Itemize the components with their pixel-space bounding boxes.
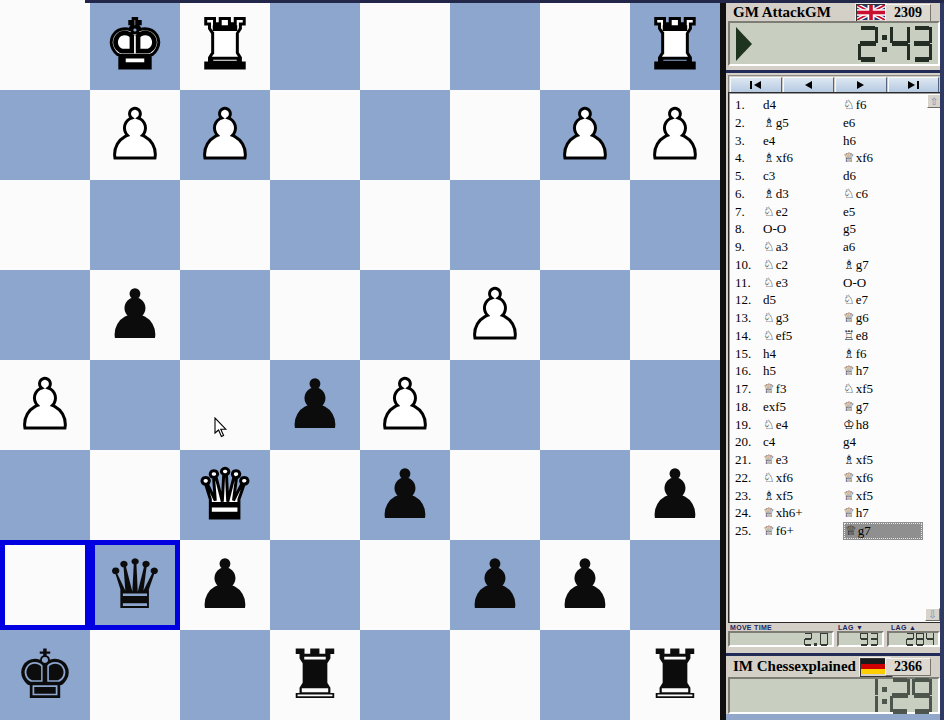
- figurine-queen-icon: ♕: [843, 310, 855, 325]
- move-14-black[interactable]: ♖e8: [843, 327, 921, 345]
- move-22-white[interactable]: ♘xf6: [763, 469, 793, 487]
- square-g1[interactable]: ♚: [90, 0, 180, 90]
- move-number: 3.: [735, 132, 745, 150]
- move-10-black[interactable]: ♗g7: [843, 256, 921, 274]
- move-22-black[interactable]: ♕xf6: [843, 469, 921, 487]
- piece-black-pawn: ♟: [645, 461, 706, 529]
- square-e6[interactable]: [270, 450, 360, 540]
- lag-down-value: [839, 633, 882, 645]
- move-row-8: 8.O-Og5: [729, 220, 941, 238]
- move-number: 19.: [735, 416, 751, 434]
- move-20-white[interactable]: c4: [763, 433, 775, 451]
- square-h4[interactable]: [0, 270, 90, 360]
- piece-white-pawn: ♟: [15, 371, 76, 439]
- figurine-knight-icon: ♘: [763, 310, 775, 325]
- back-icon: [805, 81, 812, 89]
- skip-start-icon: [750, 81, 752, 89]
- move-number: 11.: [735, 274, 751, 292]
- square-b5[interactable]: [540, 360, 630, 450]
- square-d6[interactable]: ♟: [360, 450, 450, 540]
- piece-black-queen: ♛: [105, 551, 166, 619]
- move-number: 8.: [735, 220, 745, 238]
- square-b6[interactable]: [540, 450, 630, 540]
- top-player-rating: 2309: [885, 4, 931, 22]
- move-number: 25.: [735, 522, 751, 540]
- figurine-bishop-icon: ♗: [763, 150, 775, 165]
- move-6-white[interactable]: ♗d3: [763, 185, 789, 203]
- move-23-black[interactable]: ♕xf5: [843, 487, 921, 505]
- move-25-white[interactable]: ♕f6+: [763, 522, 794, 540]
- move-8-black[interactable]: g5: [843, 220, 921, 238]
- square-f2[interactable]: ♟: [180, 90, 270, 180]
- move-number: 23.: [735, 487, 751, 505]
- square-b3[interactable]: [540, 180, 630, 270]
- window-top-edge: [85, 0, 944, 3]
- window-right-edge: [940, 0, 944, 720]
- square-c5[interactable]: [450, 360, 540, 450]
- square-d7[interactable]: [360, 540, 450, 630]
- lag-down-field: [837, 631, 884, 647]
- square-g7[interactable]: ♛: [90, 540, 180, 630]
- move-row-11: 11.♘e3O-O: [729, 274, 941, 292]
- square-a2[interactable]: ♟: [630, 90, 720, 180]
- piece-black-pawn: ♟: [285, 371, 346, 439]
- move-6-black[interactable]: ♘c6: [843, 185, 921, 203]
- figurine-queen-icon: ♕: [843, 150, 855, 165]
- move-7-black[interactable]: e5: [843, 203, 921, 221]
- square-c4[interactable]: ♟: [450, 270, 540, 360]
- square-a5[interactable]: [630, 360, 720, 450]
- square-b7[interactable]: ♟: [540, 540, 630, 630]
- section-divider: [726, 70, 944, 73]
- piece-white-pawn: ♟: [555, 101, 616, 169]
- move-16-black[interactable]: ♕h7: [843, 362, 921, 380]
- piece-black-king: ♚: [15, 641, 76, 709]
- lag-up-value: [889, 633, 938, 645]
- right-panel: GM AttackGM 2309: [723, 0, 944, 720]
- move-7-white[interactable]: ♘e2: [763, 203, 788, 221]
- move-20-black[interactable]: g4: [843, 433, 921, 451]
- move-number: 9.: [735, 238, 745, 256]
- move-5-black[interactable]: d6: [843, 167, 921, 185]
- square-d2[interactable]: [360, 90, 450, 180]
- move-4-white[interactable]: ♗xf6: [763, 149, 793, 167]
- forward-button[interactable]: [835, 77, 887, 93]
- move-8-white[interactable]: O-O: [763, 220, 786, 238]
- mouse-cursor-icon: [214, 417, 230, 439]
- move-18-black[interactable]: ♕g7: [843, 398, 921, 416]
- section-divider: [726, 653, 944, 656]
- square-d3[interactable]: [360, 180, 450, 270]
- move-number: 15.: [735, 345, 751, 363]
- square-f6[interactable]: ♛: [180, 450, 270, 540]
- square-e4[interactable]: [270, 270, 360, 360]
- move-row-25: 25.♕f6+♕g7: [729, 522, 941, 540]
- square-g5[interactable]: [90, 360, 180, 450]
- move-number: 22.: [735, 469, 751, 487]
- figurine-queen-icon: ♕: [763, 505, 775, 520]
- piece-white-rook: ♜: [645, 11, 706, 79]
- move-16-white[interactable]: h5: [763, 362, 776, 380]
- skip-end-icon: [908, 81, 915, 89]
- move-number: 16.: [735, 362, 751, 380]
- move-row-5: 5.c3d6: [729, 167, 941, 185]
- piece-white-pawn: ♟: [105, 101, 166, 169]
- move-24-black[interactable]: ♕h7: [843, 504, 921, 522]
- scroll-up-button[interactable]: ⇧: [927, 94, 941, 108]
- figurine-rook-icon: ♖: [843, 328, 855, 343]
- square-c3[interactable]: [450, 180, 540, 270]
- figurine-queen-icon: ♕: [845, 523, 857, 538]
- move-3-black[interactable]: h6: [843, 132, 921, 150]
- move-number: 24.: [735, 504, 751, 522]
- move-row-24: 24.♕xh6+♕h7: [729, 504, 941, 522]
- move-row-17: 17.♕f3♘xf5: [729, 380, 941, 398]
- move-number: 4.: [735, 149, 745, 167]
- figurine-knight-icon: ♘: [843, 186, 855, 201]
- move-17-black[interactable]: ♘xf5: [843, 380, 921, 398]
- square-d8[interactable]: [360, 630, 450, 720]
- top-player-clock: [728, 21, 940, 66]
- square-c1[interactable]: [450, 0, 540, 90]
- move-17-white[interactable]: ♕f3: [763, 380, 787, 398]
- move-number: 1.: [735, 96, 745, 114]
- figurine-queen-icon: ♕: [843, 363, 855, 378]
- figurine-queen-icon: ♕: [763, 523, 775, 538]
- goto-start-button[interactable]: [730, 77, 782, 93]
- move-row-16: 16.h5♕h7: [729, 362, 941, 380]
- piece-black-rook: ♜: [645, 641, 706, 709]
- top-player-name: GM AttackGM: [733, 4, 831, 21]
- move-row-20: 20.c4g4: [729, 433, 941, 451]
- move-number: 14.: [735, 327, 751, 345]
- figurine-knight-icon: ♘: [843, 292, 855, 307]
- move-12-black[interactable]: ♘e7: [843, 291, 921, 309]
- square-a1[interactable]: ♜: [630, 0, 720, 90]
- figurine-queen-icon: ♕: [843, 470, 855, 485]
- square-a4[interactable]: [630, 270, 720, 360]
- move-15-black[interactable]: ♗f6: [843, 345, 921, 363]
- figurine-knight-icon: ♘: [763, 204, 775, 219]
- square-c7[interactable]: ♟: [450, 540, 540, 630]
- move-list[interactable]: 1.d4♘f62.♗g5e63.e4h64.♗xf6♕xf65.c3d66.♗d…: [728, 92, 942, 623]
- move-18-white[interactable]: exf5: [763, 398, 786, 416]
- move-row-18: 18.exf5♕g7: [729, 398, 941, 416]
- piece-white-king: ♚: [105, 11, 166, 79]
- square-d5[interactable]: ♟: [360, 360, 450, 450]
- chess-board: ♚♜♜♟♟♟♟♟♟♟♟♟♛♟♟♛♟♟♟♚♜♜: [0, 0, 723, 720]
- figurine-bishop-icon: ♗: [843, 452, 855, 467]
- move-number: 6.: [735, 185, 745, 203]
- move-3-white[interactable]: e4: [763, 132, 775, 150]
- figurine-knight-icon: ♘: [763, 470, 775, 485]
- move-row-9: 9.♘a3a6: [729, 238, 941, 256]
- square-g3[interactable]: [90, 180, 180, 270]
- piece-white-pawn: ♟: [465, 281, 526, 349]
- move-row-6: 6.♗d3♘c6: [729, 185, 941, 203]
- top-clock-display: [730, 23, 938, 64]
- square-e1[interactable]: [270, 0, 360, 90]
- move-number: 17.: [735, 380, 751, 398]
- figurine-bishop-icon: ♗: [843, 346, 855, 361]
- move-row-21: 21.♕e3♗xf5: [729, 451, 941, 469]
- figurine-knight-icon: ♘: [763, 328, 775, 343]
- move-row-22: 22.♘xf6♕xf6: [729, 469, 941, 487]
- bottom-player-rating: 2366: [885, 658, 931, 676]
- move-row-10: 10.♘c2♗g7: [729, 256, 941, 274]
- move-row-7: 7.♘e2e5: [729, 203, 941, 221]
- move-2-black[interactable]: e6: [843, 114, 921, 132]
- figurine-knight-icon: ♘: [763, 239, 775, 254]
- move-row-13: 13.♘g3♕g6: [729, 309, 941, 327]
- move-24-white[interactable]: ♕xh6+: [763, 504, 803, 522]
- square-a7[interactable]: [630, 540, 720, 630]
- piece-white-pawn: ♟: [375, 371, 436, 439]
- square-a3[interactable]: [630, 180, 720, 270]
- lag-up-field: [887, 631, 940, 647]
- figurine-bishop-icon: ♗: [843, 257, 855, 272]
- lag-up-label: LAG ▲: [891, 624, 916, 631]
- square-g4[interactable]: ♟: [90, 270, 180, 360]
- move-2-white[interactable]: ♗g5: [763, 114, 789, 132]
- square-h7[interactable]: [0, 540, 90, 630]
- move-row-1: 1.d4♘f6: [729, 96, 941, 114]
- square-d1[interactable]: [360, 0, 450, 90]
- figurine-queen-icon: ♕: [843, 488, 855, 503]
- move-25-black[interactable]: ♕g7: [843, 522, 923, 540]
- piece-black-rook: ♜: [285, 641, 346, 709]
- move-row-14: 14.♘ef5♖e8: [729, 327, 941, 345]
- square-e2[interactable]: [270, 90, 360, 180]
- move-14-white[interactable]: ♘ef5: [763, 327, 792, 345]
- figurine-knight-icon: ♘: [843, 381, 855, 396]
- square-f7[interactable]: ♟: [180, 540, 270, 630]
- move-4-black[interactable]: ♕xf6: [843, 149, 921, 167]
- move-row-4: 4.♗xf6♕xf6: [729, 149, 941, 167]
- figurine-bishop-icon: ♗: [763, 115, 775, 130]
- figurine-knight-icon: ♘: [763, 257, 775, 272]
- move-5-white[interactable]: c3: [763, 167, 775, 185]
- square-b8[interactable]: [540, 630, 630, 720]
- square-g8[interactable]: [90, 630, 180, 720]
- move-time-label: MOVE TIME: [730, 624, 772, 631]
- move-13-black[interactable]: ♕g6: [843, 309, 921, 327]
- move-12-white[interactable]: d5: [763, 291, 776, 309]
- figurine-queen-icon: ♕: [843, 399, 855, 414]
- move-row-2: 2.♗g5e6: [729, 114, 941, 132]
- square-a6[interactable]: ♟: [630, 450, 720, 540]
- square-e5[interactable]: ♟: [270, 360, 360, 450]
- window-bottom-edge: [726, 714, 944, 720]
- square-d4[interactable]: [360, 270, 450, 360]
- move-1-black[interactable]: ♘f6: [843, 96, 921, 114]
- move-number: 21.: [735, 451, 751, 469]
- move-number: 5.: [735, 167, 745, 185]
- move-13-white[interactable]: ♘g3: [763, 309, 789, 327]
- goto-end-button[interactable]: [888, 77, 940, 93]
- piece-black-pawn: ♟: [555, 551, 616, 619]
- move-number: 10.: [735, 256, 751, 274]
- bottom-player-name: IM Chessexplained: [733, 658, 856, 675]
- move-time-field: [728, 631, 834, 647]
- square-h1[interactable]: [0, 0, 90, 90]
- move-10-white[interactable]: ♘c2: [763, 256, 788, 274]
- move-9-white[interactable]: ♘a3: [763, 238, 788, 256]
- figurine-queen-icon: ♕: [763, 381, 775, 396]
- move-number: 2.: [735, 114, 745, 132]
- piece-black-pawn: ♟: [375, 461, 436, 529]
- back-button[interactable]: [783, 77, 835, 93]
- figurine-knight-icon: ♘: [763, 275, 775, 290]
- bottom-player-clock: [728, 677, 940, 714]
- square-b2[interactable]: ♟: [540, 90, 630, 180]
- move-21-white[interactable]: ♕e3: [763, 451, 788, 469]
- figurine-king-icon: ♔: [843, 417, 855, 432]
- scroll-up-icon: ⇧: [930, 96, 938, 107]
- move-number: 12.: [735, 291, 751, 309]
- square-h6[interactable]: [0, 450, 90, 540]
- forward-icon: [857, 81, 864, 89]
- square-g6[interactable]: [90, 450, 180, 540]
- move-row-12: 12.d5♘e7: [729, 291, 941, 309]
- move-23-white[interactable]: ♗xf5: [763, 487, 793, 505]
- square-h2[interactable]: [0, 90, 90, 180]
- scroll-down-icon: ⇩: [928, 609, 936, 620]
- square-b4[interactable]: [540, 270, 630, 360]
- square-c8[interactable]: [450, 630, 540, 720]
- square-h5[interactable]: ♟: [0, 360, 90, 450]
- chess-app-window: ♚♜♜♟♟♟♟♟♟♟♟♟♛♟♟♛♟♟♟♚♜♜ GM AttackGM 2309: [0, 0, 944, 720]
- piece-white-pawn: ♟: [645, 101, 706, 169]
- square-c6[interactable]: [450, 450, 540, 540]
- square-b1[interactable]: [540, 0, 630, 90]
- square-h3[interactable]: [0, 180, 90, 270]
- piece-white-rook: ♜: [195, 11, 256, 79]
- move-19-white[interactable]: ♘e4: [763, 416, 788, 434]
- figurine-knight-icon: ♘: [843, 97, 855, 112]
- move-row-19: 19.♘e4♔h8: [729, 416, 941, 434]
- square-h8[interactable]: ♚: [0, 630, 90, 720]
- figurine-queen-icon: ♕: [763, 452, 775, 467]
- lag-down-label: LAG ▼: [838, 624, 863, 631]
- square-f1[interactable]: ♜: [180, 0, 270, 90]
- square-a8[interactable]: ♜: [630, 630, 720, 720]
- scroll-down-button[interactable]: ⇩: [925, 608, 940, 621]
- piece-black-pawn: ♟: [105, 281, 166, 349]
- bottom-player-bar: IM Chessexplained 2366: [728, 658, 940, 676]
- move-row-3: 3.e4h6: [729, 132, 941, 150]
- move-15-white[interactable]: h4: [763, 345, 776, 363]
- figurine-knight-icon: ♘: [763, 417, 775, 432]
- square-f3[interactable]: [180, 180, 270, 270]
- move-9-black[interactable]: a6: [843, 238, 921, 256]
- move-11-white[interactable]: ♘e3: [763, 274, 788, 292]
- bottom-clock-display: [730, 679, 938, 712]
- move-number: 20.: [735, 433, 751, 451]
- move-row-15: 15.h4♗f6: [729, 345, 941, 363]
- square-e3[interactable]: [270, 180, 360, 270]
- square-f8[interactable]: [180, 630, 270, 720]
- figurine-queen-icon: ♕: [843, 505, 855, 520]
- move-11-black[interactable]: O-O: [843, 274, 921, 292]
- move-number: 18.: [735, 398, 751, 416]
- square-e7[interactable]: [270, 540, 360, 630]
- piece-white-queen: ♛: [195, 461, 256, 529]
- square-e8[interactable]: ♜: [270, 630, 360, 720]
- square-g2[interactable]: ♟: [90, 90, 180, 180]
- piece-black-pawn: ♟: [195, 551, 256, 619]
- figurine-bishop-icon: ♗: [763, 488, 775, 503]
- move-19-black[interactable]: ♔h8: [843, 416, 921, 434]
- move-time-value: [730, 633, 832, 645]
- nav-toolbar: [728, 75, 941, 93]
- move-number: 7.: [735, 203, 745, 221]
- move-21-black[interactable]: ♗xf5: [843, 451, 921, 469]
- square-c2[interactable]: [450, 90, 540, 180]
- piece-black-pawn: ♟: [465, 551, 526, 619]
- figurine-bishop-icon: ♗: [763, 186, 775, 201]
- move-row-23: 23.♗xf5♕xf5: [729, 487, 941, 505]
- piece-white-pawn: ♟: [195, 101, 256, 169]
- square-f4[interactable]: [180, 270, 270, 360]
- turn-indicator-icon: [736, 27, 752, 61]
- top-player-bar: GM AttackGM 2309: [728, 4, 940, 22]
- move-1-white[interactable]: d4: [763, 96, 776, 114]
- move-number: 13.: [735, 309, 751, 327]
